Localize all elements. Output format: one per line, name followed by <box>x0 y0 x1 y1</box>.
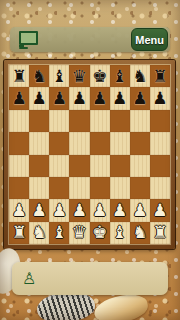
monitor-base-icon <box>19 47 28 49</box>
square-a2[interactable]: ♟ <box>9 199 29 221</box>
display-button[interactable] <box>17 30 39 50</box>
piece-white-pawn: ♟ <box>132 202 147 219</box>
square-h1[interactable]: ♜ <box>150 222 170 244</box>
square-e3[interactable] <box>90 177 110 199</box>
square-g2[interactable]: ♟ <box>130 199 150 221</box>
square-f1[interactable]: ♝ <box>110 222 130 244</box>
square-c3[interactable] <box>49 177 69 199</box>
square-h8[interactable]: ♜ <box>150 65 170 87</box>
square-e1[interactable]: ♚ <box>90 222 110 244</box>
piece-black-pawn: ♟ <box>112 90 127 107</box>
monitor-screen-icon <box>19 31 38 45</box>
square-c5[interactable] <box>49 132 69 154</box>
square-b7[interactable]: ♟ <box>29 87 49 109</box>
square-e6[interactable] <box>90 110 110 132</box>
piece-black-knight: ♞ <box>132 68 147 85</box>
square-f7[interactable]: ♟ <box>110 87 130 109</box>
piece-black-pawn: ♟ <box>11 90 26 107</box>
square-e7[interactable]: ♟ <box>90 87 110 109</box>
square-e4[interactable] <box>90 155 110 177</box>
top-toolbar: Menu <box>10 27 170 52</box>
square-d8[interactable]: ♛ <box>69 65 89 87</box>
monitor-icon <box>19 31 38 49</box>
square-b3[interactable] <box>29 177 49 199</box>
square-c1[interactable]: ♝ <box>49 222 69 244</box>
player-status-bar: ♙ <box>12 262 168 295</box>
piece-black-king: ♚ <box>92 68 107 85</box>
square-d5[interactable] <box>69 132 89 154</box>
square-a5[interactable] <box>9 132 29 154</box>
square-a4[interactable] <box>9 155 29 177</box>
piece-black-pawn: ♟ <box>152 90 167 107</box>
chess-app-screen: Menu ♜♞♝♛♚♝♞♜♟♟♟♟♟♟♟♟♟♟♟♟♟♟♟♟♜♞♝♛♚♝♞♜ ♙ <box>0 0 180 320</box>
piece-black-pawn: ♟ <box>72 90 87 107</box>
square-b4[interactable] <box>29 155 49 177</box>
chess-board: ♜♞♝♛♚♝♞♜♟♟♟♟♟♟♟♟♟♟♟♟♟♟♟♟♜♞♝♛♚♝♞♜ <box>9 65 170 244</box>
square-g8[interactable]: ♞ <box>130 65 150 87</box>
piece-black-knight: ♞ <box>32 68 47 85</box>
square-g1[interactable]: ♞ <box>130 222 150 244</box>
square-f4[interactable] <box>110 155 130 177</box>
piece-white-bishop: ♝ <box>112 224 127 241</box>
piece-black-bishop: ♝ <box>112 68 127 85</box>
piece-black-pawn: ♟ <box>32 90 47 107</box>
square-h3[interactable] <box>150 177 170 199</box>
piece-white-pawn: ♟ <box>32 202 47 219</box>
square-b8[interactable]: ♞ <box>29 65 49 87</box>
piece-white-pawn: ♟ <box>11 202 26 219</box>
square-b1[interactable]: ♞ <box>29 222 49 244</box>
piece-white-pawn: ♟ <box>112 202 127 219</box>
square-a6[interactable] <box>9 110 29 132</box>
piece-white-king: ♚ <box>92 224 107 241</box>
square-d3[interactable] <box>69 177 89 199</box>
piece-white-pawn: ♟ <box>72 202 87 219</box>
piece-black-queen: ♛ <box>72 68 87 85</box>
piece-black-pawn: ♟ <box>52 90 67 107</box>
square-b2[interactable]: ♟ <box>29 199 49 221</box>
piece-white-pawn: ♟ <box>52 202 67 219</box>
piece-white-bishop: ♝ <box>52 224 67 241</box>
piece-white-pawn: ♟ <box>152 202 167 219</box>
square-b5[interactable] <box>29 132 49 154</box>
square-e2[interactable]: ♟ <box>90 199 110 221</box>
square-h5[interactable] <box>150 132 170 154</box>
piece-white-knight: ♞ <box>132 224 147 241</box>
square-h4[interactable] <box>150 155 170 177</box>
piece-black-rook: ♜ <box>11 68 26 85</box>
square-d6[interactable] <box>69 110 89 132</box>
square-g7[interactable]: ♟ <box>130 87 150 109</box>
square-d1[interactable]: ♛ <box>69 222 89 244</box>
square-h6[interactable] <box>150 110 170 132</box>
smooth-seashell-decoration <box>92 292 150 320</box>
square-g5[interactable] <box>130 132 150 154</box>
square-b6[interactable] <box>29 110 49 132</box>
square-e8[interactable]: ♚ <box>90 65 110 87</box>
square-g3[interactable] <box>130 177 150 199</box>
square-f3[interactable] <box>110 177 130 199</box>
square-c4[interactable] <box>49 155 69 177</box>
piece-black-pawn: ♟ <box>132 90 147 107</box>
square-h2[interactable]: ♟ <box>150 199 170 221</box>
square-a3[interactable] <box>9 177 29 199</box>
square-a7[interactable]: ♟ <box>9 87 29 109</box>
square-g4[interactable] <box>130 155 150 177</box>
square-d2[interactable]: ♟ <box>69 199 89 221</box>
square-a1[interactable]: ♜ <box>9 222 29 244</box>
square-e5[interactable] <box>90 132 110 154</box>
square-f5[interactable] <box>110 132 130 154</box>
menu-button[interactable]: Menu <box>131 28 168 51</box>
square-f8[interactable]: ♝ <box>110 65 130 87</box>
square-c6[interactable] <box>49 110 69 132</box>
square-d4[interactable] <box>69 155 89 177</box>
piece-black-bishop: ♝ <box>52 68 67 85</box>
piece-white-pawn: ♟ <box>92 202 107 219</box>
piece-black-pawn: ♟ <box>92 90 107 107</box>
square-f2[interactable]: ♟ <box>110 199 130 221</box>
chess-board-frame: ♜♞♝♛♚♝♞♜♟♟♟♟♟♟♟♟♟♟♟♟♟♟♟♟♜♞♝♛♚♝♞♜ <box>4 60 175 249</box>
square-a8[interactable]: ♜ <box>9 65 29 87</box>
piece-black-rook: ♜ <box>152 68 167 85</box>
piece-white-queen: ♛ <box>72 224 87 241</box>
square-c2[interactable]: ♟ <box>49 199 69 221</box>
pawn-icon: ♙ <box>22 271 36 287</box>
square-f6[interactable] <box>110 110 130 132</box>
square-c7[interactable]: ♟ <box>49 87 69 109</box>
square-c8[interactable]: ♝ <box>49 65 69 87</box>
piece-white-knight: ♞ <box>32 224 47 241</box>
piece-white-rook: ♜ <box>11 224 26 241</box>
piece-white-rook: ♜ <box>152 224 167 241</box>
square-h7[interactable]: ♟ <box>150 87 170 109</box>
square-d7[interactable]: ♟ <box>69 87 89 109</box>
square-g6[interactable] <box>130 110 150 132</box>
